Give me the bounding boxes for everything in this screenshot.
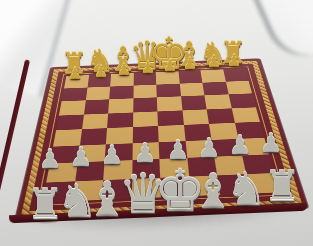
silver-knight-g1: ♞ (225, 166, 266, 212)
silver-pawn-h2: ♟ (259, 130, 282, 156)
silver-pawn-g2: ♟ (228, 132, 251, 158)
gold-pawn-a7: ♟ (68, 66, 82, 82)
silver-pawn-b2: ♟ (69, 144, 92, 170)
chess-photo-scene: ♜♞♝♛♚♝♞♜♟♟♟♟♟♟♟♟♟♟♟♟♟♟♟♟♜♞♝♛♚♝♞♜ (0, 0, 313, 246)
gold-pawn-h7: ♟ (227, 53, 241, 69)
silver-rook-h1: ♜ (263, 166, 301, 208)
gold-pawn-c7: ♟ (117, 62, 131, 78)
gold-pawn-b7: ♟ (94, 64, 108, 80)
gold-pawn-g7: ♟ (207, 54, 221, 70)
pieces-layer: ♜♞♝♛♚♝♞♜♟♟♟♟♟♟♟♟♟♟♟♟♟♟♟♟♜♞♝♛♚♝♞♜ (0, 0, 313, 246)
gold-pawn-f7: ♟ (183, 56, 197, 72)
silver-pawn-a2: ♟ (38, 146, 61, 172)
gold-pawn-d7: ♟ (141, 60, 155, 76)
gold-pawn-e7: ♟ (163, 58, 177, 74)
